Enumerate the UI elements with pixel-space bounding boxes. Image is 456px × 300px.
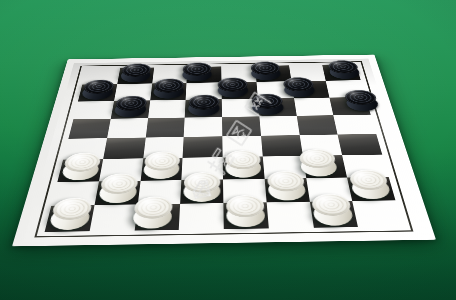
black-man-on-12[interactable] xyxy=(345,96,380,112)
light-square-r8c6[interactable] xyxy=(266,202,313,229)
dark-square-18[interactable] xyxy=(183,136,223,157)
white-man-on-21[interactable] xyxy=(60,160,100,180)
white-man-on-23[interactable] xyxy=(225,158,261,178)
light-square-r8c4[interactable] xyxy=(179,203,224,230)
board-sheet xyxy=(12,55,436,247)
dark-square-16[interactable] xyxy=(296,115,337,135)
checkers-board xyxy=(45,64,403,232)
dark-square-10[interactable] xyxy=(185,99,222,118)
black-man-on-10[interactable] xyxy=(188,100,220,116)
light-square-r4c2[interactable] xyxy=(107,118,148,138)
light-square-r4c8[interactable] xyxy=(334,115,377,135)
screenshot-root: 摄图网 xyxy=(0,0,456,300)
dark-square-26[interactable] xyxy=(180,179,223,204)
dark-square-15[interactable] xyxy=(222,116,261,136)
dark-square-21[interactable] xyxy=(57,159,103,182)
black-man-on-1[interactable] xyxy=(120,69,151,83)
light-square-r4c6[interactable] xyxy=(259,116,299,136)
light-square-r3c7[interactable] xyxy=(294,97,334,116)
white-man-on-24[interactable] xyxy=(300,157,339,177)
dark-square-23[interactable] xyxy=(223,156,265,179)
black-man-on-4[interactable] xyxy=(328,65,361,79)
dark-square-13[interactable] xyxy=(68,119,110,139)
white-man-on-31[interactable] xyxy=(226,204,266,227)
light-square-r8c8[interactable] xyxy=(352,200,403,227)
black-man-on-8[interactable] xyxy=(283,83,316,98)
dark-square-9[interactable] xyxy=(111,100,150,119)
white-man-on-30[interactable] xyxy=(132,206,173,229)
dark-square-2[interactable] xyxy=(187,66,222,82)
dark-square-12[interactable] xyxy=(330,97,371,115)
white-man-on-26[interactable] xyxy=(183,181,221,203)
dark-square-4[interactable] xyxy=(322,64,360,80)
black-man-on-6[interactable] xyxy=(153,84,184,99)
dark-square-11[interactable] xyxy=(258,98,297,117)
light-square-r3c1[interactable] xyxy=(73,101,114,120)
black-man-on-5[interactable] xyxy=(81,85,114,100)
dark-square-8[interactable] xyxy=(291,81,330,98)
light-square-r4c4[interactable] xyxy=(184,117,222,137)
dark-square-22[interactable] xyxy=(140,158,183,181)
dark-square-31[interactable] xyxy=(223,203,268,230)
black-man-on-7[interactable] xyxy=(218,83,249,98)
dark-square-28[interactable] xyxy=(347,177,395,202)
black-man-on-11[interactable] xyxy=(252,99,285,115)
white-man-on-25[interactable] xyxy=(97,182,137,204)
dark-square-6[interactable] xyxy=(150,83,187,100)
white-man-on-27[interactable] xyxy=(267,179,306,201)
white-man-on-22[interactable] xyxy=(143,159,180,179)
dark-square-25[interactable] xyxy=(94,181,140,206)
black-man-on-9[interactable] xyxy=(114,102,148,118)
light-square-r8c2[interactable] xyxy=(89,205,137,232)
board-frame xyxy=(34,61,413,237)
dark-square-5[interactable] xyxy=(78,84,117,101)
dark-square-24[interactable] xyxy=(302,155,347,178)
dark-square-14[interactable] xyxy=(145,118,184,138)
dark-square-1[interactable] xyxy=(117,68,154,84)
white-man-on-32[interactable] xyxy=(312,203,355,226)
dark-square-27[interactable] xyxy=(264,178,309,203)
dark-square-32[interactable] xyxy=(309,201,358,228)
dark-square-20[interactable] xyxy=(338,134,382,155)
white-man-on-29[interactable] xyxy=(48,207,91,230)
dark-square-29[interactable] xyxy=(45,205,95,232)
dark-square-7[interactable] xyxy=(221,82,257,99)
black-man-on-3[interactable] xyxy=(251,67,282,81)
dark-square-19[interactable] xyxy=(261,135,303,156)
dark-square-17[interactable] xyxy=(103,138,145,159)
black-man-on-2[interactable] xyxy=(182,68,212,82)
dark-square-30[interactable] xyxy=(134,204,180,231)
white-man-on-28[interactable] xyxy=(350,178,392,199)
light-square-r3c3[interactable] xyxy=(148,100,186,119)
